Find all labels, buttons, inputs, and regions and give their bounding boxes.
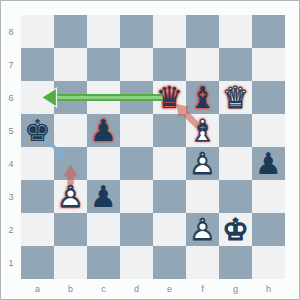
square-h4[interactable]: ♟ <box>252 147 285 180</box>
file-label-g: g <box>219 282 252 296</box>
square-c1[interactable] <box>87 246 120 279</box>
square-g3[interactable] <box>219 180 252 213</box>
square-a2[interactable] <box>21 213 54 246</box>
rank-label-7: 7 <box>4 59 18 71</box>
square-d3[interactable] <box>120 180 153 213</box>
square-e3[interactable] <box>153 180 186 213</box>
square-e8[interactable] <box>153 15 186 48</box>
square-f5[interactable]: ♝♗ <box>186 114 219 147</box>
square-e5[interactable] <box>153 114 186 147</box>
square-a6[interactable] <box>21 81 54 114</box>
file-label-a: a <box>21 282 54 296</box>
square-d6[interactable] <box>120 81 153 114</box>
rank-label-8: 8 <box>4 26 18 38</box>
square-a8[interactable] <box>21 15 54 48</box>
square-d7[interactable] <box>120 48 153 81</box>
black-pawn-h4[interactable]: ♟ <box>252 147 285 180</box>
black-pawn-c3[interactable]: ♟ <box>87 180 120 213</box>
square-f8[interactable] <box>186 15 219 48</box>
square-d1[interactable] <box>120 246 153 279</box>
square-c6[interactable] <box>87 81 120 114</box>
chess-analysis-panel: ♛♝♛♕♚♟♝♗♟♙♟♟♙♟♟♙♚♔ 87654321 abcdefgh <box>0 0 300 300</box>
square-g7[interactable] <box>219 48 252 81</box>
square-g6[interactable]: ♛♕ <box>219 81 252 114</box>
square-c7[interactable] <box>87 48 120 81</box>
square-e4[interactable] <box>153 147 186 180</box>
square-a5[interactable]: ♚ <box>21 114 54 147</box>
square-b1[interactable] <box>54 246 87 279</box>
rank-label-5: 5 <box>4 125 18 137</box>
square-b8[interactable] <box>54 15 87 48</box>
file-label-c: c <box>87 282 120 296</box>
black-bishop-f6[interactable]: ♝ <box>186 81 219 114</box>
square-e7[interactable] <box>153 48 186 81</box>
square-h1[interactable] <box>252 246 285 279</box>
rank-label-6: 6 <box>4 92 18 104</box>
square-f6[interactable]: ♝ <box>186 81 219 114</box>
black-king-a5[interactable]: ♚ <box>21 114 54 147</box>
square-g5[interactable] <box>219 114 252 147</box>
square-c8[interactable] <box>87 15 120 48</box>
square-a4[interactable] <box>21 147 54 180</box>
square-b4[interactable] <box>54 147 87 180</box>
square-g1[interactable] <box>219 246 252 279</box>
square-d5[interactable] <box>120 114 153 147</box>
file-label-d: d <box>120 282 153 296</box>
square-f1[interactable] <box>186 246 219 279</box>
file-label-b: b <box>54 282 87 296</box>
rank-label-1: 1 <box>4 257 18 269</box>
square-f3[interactable] <box>186 180 219 213</box>
square-d2[interactable] <box>120 213 153 246</box>
square-a7[interactable] <box>21 48 54 81</box>
square-c4[interactable] <box>87 147 120 180</box>
square-f4[interactable]: ♟♙ <box>186 147 219 180</box>
square-g8[interactable] <box>219 15 252 48</box>
square-b7[interactable] <box>54 48 87 81</box>
square-e1[interactable] <box>153 246 186 279</box>
rank-label-4: 4 <box>4 158 18 170</box>
square-d8[interactable] <box>120 15 153 48</box>
file-label-e: e <box>153 282 186 296</box>
black-pawn-c5[interactable]: ♟ <box>87 114 120 147</box>
square-h8[interactable] <box>252 15 285 48</box>
white-bishop-f5[interactable]: ♝♗ <box>186 114 219 147</box>
file-label-h: h <box>252 282 285 296</box>
square-c3[interactable]: ♟ <box>87 180 120 213</box>
square-e6[interactable]: ♛ <box>153 81 186 114</box>
white-queen-g6[interactable]: ♛♕ <box>219 81 252 114</box>
square-b3[interactable]: ♟♙ <box>54 180 87 213</box>
chess-board[interactable]: ♛♝♛♕♚♟♝♗♟♙♟♟♙♟♟♙♚♔ <box>21 15 285 279</box>
file-label-f: f <box>186 282 219 296</box>
square-h2[interactable] <box>252 213 285 246</box>
square-e2[interactable] <box>153 213 186 246</box>
white-pawn-f2[interactable]: ♟♙ <box>186 213 219 246</box>
square-h3[interactable] <box>252 180 285 213</box>
rank-label-2: 2 <box>4 224 18 236</box>
square-h5[interactable] <box>252 114 285 147</box>
square-h7[interactable] <box>252 48 285 81</box>
square-a3[interactable] <box>21 180 54 213</box>
rank-label-3: 3 <box>4 191 18 203</box>
square-h6[interactable] <box>252 81 285 114</box>
square-g4[interactable] <box>219 147 252 180</box>
square-b6[interactable] <box>54 81 87 114</box>
square-f2[interactable]: ♟♙ <box>186 213 219 246</box>
square-g2[interactable]: ♚♔ <box>219 213 252 246</box>
white-pawn-b3[interactable]: ♟♙ <box>54 180 87 213</box>
white-king-g2[interactable]: ♚♔ <box>219 213 252 246</box>
square-f7[interactable] <box>186 48 219 81</box>
square-c2[interactable] <box>87 213 120 246</box>
square-c5[interactable]: ♟ <box>87 114 120 147</box>
white-pawn-f4[interactable]: ♟♙ <box>186 147 219 180</box>
square-b5[interactable] <box>54 114 87 147</box>
square-a1[interactable] <box>21 246 54 279</box>
black-queen-e6[interactable]: ♛ <box>153 81 186 114</box>
square-b2[interactable] <box>54 213 87 246</box>
square-d4[interactable] <box>120 147 153 180</box>
